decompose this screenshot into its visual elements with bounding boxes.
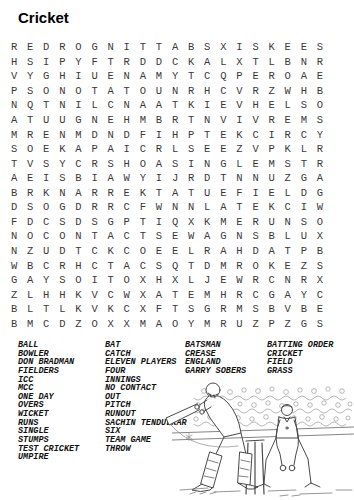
grid-cell-r10c6: I: [87, 171, 103, 186]
grid-cell-r20c18: Z: [280, 316, 296, 331]
grid-cell-r11c8: E: [119, 186, 135, 201]
grid-cell-r7c11: H: [167, 127, 183, 142]
grid-cell-r3c11: Y: [167, 69, 183, 84]
grid-cell-r19c8: C: [119, 302, 135, 317]
grid-cell-r8c6: P: [87, 142, 103, 157]
grid-cell-r1c16: S: [248, 40, 264, 55]
grid-cell-r11c9: K: [135, 186, 151, 201]
grid-cell-r5c16: H: [248, 98, 264, 113]
grid-cell-r8c3: E: [38, 142, 54, 157]
grid-cell-r8c10: R: [151, 142, 167, 157]
grid-cell-r7c20: Y: [312, 127, 328, 142]
grid-cell-r18c11: T: [167, 287, 183, 302]
grid-cell-r10c13: D: [199, 171, 215, 186]
grid-cell-r10c20: A: [312, 171, 328, 186]
grid-cell-r5c19: S: [296, 98, 312, 113]
grid-cell-r12c6: R: [87, 200, 103, 215]
grid-cell-r18c12: E: [183, 287, 199, 302]
grid-cell-r14c18: L: [280, 229, 296, 244]
grid-cell-r4c16: R: [248, 84, 264, 99]
grid-cell-r5c11: T: [167, 98, 183, 113]
grid-cell-r13c1: F: [6, 215, 22, 230]
grid-cell-r2c19: N: [296, 55, 312, 70]
grid-cell-r1c14: X: [215, 40, 231, 55]
grid-cell-r9c17: M: [264, 156, 280, 171]
grid-cell-r1c4: R: [54, 40, 70, 55]
grid-cell-r8c9: C: [135, 142, 151, 157]
grid-cell-r1c2: E: [22, 40, 38, 55]
grid-cell-r6c1: A: [6, 113, 22, 128]
grid-cell-r7c9: F: [135, 127, 151, 142]
grid-cell-r10c15: N: [231, 171, 247, 186]
grid-cell-r12c15: T: [231, 200, 247, 215]
grid-cell-r4c15: V: [231, 84, 247, 99]
grid-cell-r5c4: N: [54, 98, 70, 113]
grid-cell-r13c17: U: [264, 215, 280, 230]
grid-cell-r20c6: O: [87, 316, 103, 331]
grid-cell-r14c5: N: [70, 229, 86, 244]
grid-cell-r16c3: C: [38, 258, 54, 273]
grid-cell-r9c7: S: [103, 156, 119, 171]
grid-cell-r15c11: E: [167, 244, 183, 259]
grid-cell-r19c15: M: [231, 302, 247, 317]
grid-cell-r14c1: N: [6, 229, 22, 244]
grid-cell-r16c13: D: [199, 258, 215, 273]
grid-cell-r20c12: Y: [183, 316, 199, 331]
grid-cell-r7c8: D: [119, 127, 135, 142]
grid-cell-r11c12: T: [183, 186, 199, 201]
grid-cell-r14c7: A: [103, 229, 119, 244]
grid-cell-r5c20: O: [312, 98, 328, 113]
grid-cell-r12c16: E: [248, 200, 264, 215]
grid-cell-r19c20: E: [312, 302, 328, 317]
grid-cell-r19c18: V: [280, 302, 296, 317]
grid-cell-r9c15: L: [231, 156, 247, 171]
grid-cell-r14c3: C: [38, 229, 54, 244]
grid-cell-r4c14: C: [215, 84, 231, 99]
grid-cell-r13c11: Q: [167, 215, 183, 230]
grid-cell-r18c15: R: [231, 287, 247, 302]
grid-cell-r2c17: L: [264, 55, 280, 70]
page-title: Cricket: [18, 9, 69, 26]
grid-cell-r3c19: A: [296, 69, 312, 84]
grid-cell-r12c7: R: [103, 200, 119, 215]
grid-cell-r13c14: M: [215, 215, 231, 230]
grid-cell-r6c13: N: [199, 113, 215, 128]
grid-cell-r20c8: X: [119, 316, 135, 331]
grid-cell-r5c18: L: [280, 98, 296, 113]
grid-cell-r15c16: D: [248, 244, 264, 259]
grid-cell-r11c15: F: [231, 186, 247, 201]
grid-cell-r1c17: K: [264, 40, 280, 55]
grid-cell-r10c2: E: [22, 171, 38, 186]
grid-cell-r16c6: C: [87, 258, 103, 273]
grid-cell-r13c18: N: [280, 215, 296, 230]
grid-cell-r14c17: B: [264, 229, 280, 244]
grid-cell-r1c20: S: [312, 40, 328, 55]
grid-cell-r3c14: Q: [215, 69, 231, 84]
grid-cell-r1c13: S: [199, 40, 215, 55]
grid-cell-r9c2: V: [22, 156, 38, 171]
grid-cell-r3c13: C: [199, 69, 215, 84]
grid-cell-r1c7: N: [103, 40, 119, 55]
grid-cell-r7c4: N: [54, 127, 70, 142]
grid-cell-r10c19: G: [296, 171, 312, 186]
grid-cell-r6c11: R: [167, 113, 183, 128]
grid-cell-r13c7: G: [103, 215, 119, 230]
grid-cell-r13c6: S: [87, 215, 103, 230]
grid-cell-r20c14: R: [215, 316, 231, 331]
grid-cell-r15c4: D: [54, 244, 70, 259]
grid-cell-r2c13: A: [199, 55, 215, 70]
grid-cell-r14c10: S: [151, 229, 167, 244]
grid-cell-r8c19: L: [296, 142, 312, 157]
grid-cell-r5c8: N: [119, 98, 135, 113]
grid-cell-r11c1: B: [6, 186, 22, 201]
grid-cell-r17c13: J: [199, 273, 215, 288]
word-list-column-3: BATSMANCREASEENGLANDGARRY SOBERS: [185, 341, 246, 376]
grid-cell-r6c9: M: [135, 113, 151, 128]
grid-cell-r17c8: O: [119, 273, 135, 288]
grid-cell-r20c20: S: [312, 316, 328, 331]
grid-cell-r14c4: O: [54, 229, 70, 244]
grid-cell-r10c3: I: [38, 171, 54, 186]
grid-cell-r19c1: B: [6, 302, 22, 317]
grid-cell-r19c16: S: [248, 302, 264, 317]
grid-cell-r20c19: G: [296, 316, 312, 331]
grid-cell-r5c10: A: [151, 98, 167, 113]
grid-cell-r17c3: Y: [38, 273, 54, 288]
grid-cell-r2c16: T: [248, 55, 264, 70]
grid-cell-r4c7: A: [103, 84, 119, 99]
grid-cell-r3c3: G: [38, 69, 54, 84]
grid-cell-r10c5: B: [70, 171, 86, 186]
grid-cell-r18c7: C: [103, 287, 119, 302]
grid-cell-r20c15: U: [231, 316, 247, 331]
grid-cell-r11c2: R: [22, 186, 38, 201]
grid-cell-r4c11: N: [167, 84, 183, 99]
grid-cell-r20c4: D: [54, 316, 70, 331]
grid-cell-r6c12: T: [183, 113, 199, 128]
grid-cell-r13c4: S: [54, 215, 70, 230]
grid-cell-r10c8: W: [119, 171, 135, 186]
grid-cell-r4c17: Z: [264, 84, 280, 99]
grid-cell-r18c14: H: [215, 287, 231, 302]
grid-cell-r3c2: Y: [22, 69, 38, 84]
grid-cell-r6c17: R: [264, 113, 280, 128]
grid-cell-r16c12: T: [183, 258, 199, 273]
grid-cell-r17c19: R: [296, 273, 312, 288]
grid-cell-r18c17: G: [264, 287, 280, 302]
grid-cell-r5c5: I: [70, 98, 86, 113]
grid-cell-r12c14: A: [215, 200, 231, 215]
grid-cell-r5c7: C: [103, 98, 119, 113]
grid-cell-r9c1: T: [6, 156, 22, 171]
grid-cell-r18c20: C: [312, 287, 328, 302]
grid-cell-r3c1: V: [6, 69, 22, 84]
grid-cell-r13c20: O: [312, 215, 328, 230]
grid-cell-r1c18: E: [280, 40, 296, 55]
grid-cell-r15c13: R: [199, 244, 215, 259]
grid-cell-r11c3: K: [38, 186, 54, 201]
grid-cell-r6c18: E: [280, 113, 296, 128]
grid-cell-r9c14: G: [215, 156, 231, 171]
grid-cell-r12c1: D: [6, 200, 22, 215]
grid-cell-r1c6: G: [87, 40, 103, 55]
grid-cell-r9c4: Y: [54, 156, 70, 171]
grid-cell-r13c10: I: [151, 215, 167, 230]
grid-cell-r12c8: C: [119, 200, 135, 215]
grid-cell-r11c20: G: [312, 186, 328, 201]
grid-cell-r8c16: V: [248, 142, 264, 157]
grid-cell-r19c10: F: [151, 302, 167, 317]
grid-cell-r2c14: L: [215, 55, 231, 70]
grid-cell-r15c14: A: [215, 244, 231, 259]
grid-cell-r7c17: I: [264, 127, 280, 142]
grid-cell-r19c19: B: [296, 302, 312, 317]
grid-cell-r8c15: Z: [231, 142, 247, 157]
grid-cell-r2c2: S: [22, 55, 38, 70]
grid-cell-r3c9: A: [135, 69, 151, 84]
grid-cell-r20c5: Z: [70, 316, 86, 331]
grid-cell-r18c16: C: [248, 287, 264, 302]
grid-cell-r8c20: R: [312, 142, 328, 157]
grid-cell-r15c10: E: [151, 244, 167, 259]
grid-cell-r9c16: E: [248, 156, 264, 171]
grid-cell-r17c20: X: [312, 273, 328, 288]
grid-cell-r8c5: A: [70, 142, 86, 157]
grid-cell-r17c11: X: [167, 273, 183, 288]
grid-cell-r16c11: Q: [167, 258, 183, 273]
grid-cell-r18c2: L: [22, 287, 38, 302]
grid-cell-r5c6: L: [87, 98, 103, 113]
grid-cell-r2c5: Y: [70, 55, 86, 70]
grid-cell-r1c9: T: [135, 40, 151, 55]
grid-cell-r2c20: R: [312, 55, 328, 70]
grid-cell-r7c2: R: [22, 127, 38, 142]
grid-cell-r12c9: F: [135, 200, 151, 215]
grid-cell-r17c15: W: [231, 273, 247, 288]
grid-cell-r6c16: V: [248, 113, 264, 128]
grid-cell-r17c10: H: [151, 273, 167, 288]
worksheet-page: Cricket REDROGNITTABSXISKEESHSIPYFTRDDCK…: [0, 0, 354, 500]
grid-cell-r15c8: C: [119, 244, 135, 259]
grid-cell-r17c5: O: [70, 273, 86, 288]
grid-cell-r4c18: W: [280, 84, 296, 99]
grid-cell-r16c19: Z: [296, 258, 312, 273]
grid-cell-r3c15: P: [231, 69, 247, 84]
grid-cell-r14c9: T: [135, 229, 151, 244]
word-list-column-1: BALLBOWLERDON BRADMANFIELDERSICCMCCONE D…: [18, 341, 79, 462]
grid-cell-r11c18: L: [280, 186, 296, 201]
grid-cell-r1c1: R: [6, 40, 22, 55]
grid-cell-r6c7: E: [103, 113, 119, 128]
grid-cell-r1c10: T: [151, 40, 167, 55]
grid-cell-r18c19: Y: [296, 287, 312, 302]
grid-cell-r12c18: C: [280, 200, 296, 215]
grid-cell-r13c9: T: [135, 215, 151, 230]
grid-cell-r7c10: I: [151, 127, 167, 142]
grid-cell-r7c7: N: [103, 127, 119, 142]
grid-cell-r4c1: P: [6, 84, 22, 99]
grid-cell-r8c14: E: [215, 142, 231, 157]
grid-cell-r2c12: K: [183, 55, 199, 70]
grid-cell-r5c1: N: [6, 98, 22, 113]
grid-cell-r2c9: D: [135, 55, 151, 70]
grid-cell-r20c2: M: [22, 316, 38, 331]
grid-cell-r19c3: T: [38, 302, 54, 317]
grid-cell-r20c17: P: [264, 316, 280, 331]
grid-cell-r13c19: S: [296, 215, 312, 230]
grid-cell-r2c3: I: [38, 55, 54, 70]
grid-cell-r7c16: C: [248, 127, 264, 142]
grid-cell-r8c12: S: [183, 142, 199, 157]
grid-cell-r17c12: L: [183, 273, 199, 288]
grid-cell-r11c5: A: [70, 186, 86, 201]
grid-cell-r14c14: G: [215, 229, 231, 244]
grid-cell-r13c3: C: [38, 215, 54, 230]
grid-cell-r16c10: S: [151, 258, 167, 273]
grid-cell-r3c16: E: [248, 69, 264, 84]
word-list-item: UMPIRE: [18, 453, 79, 462]
grid-cell-r18c18: A: [280, 287, 296, 302]
grid-cell-r9c12: I: [183, 156, 199, 171]
grid-cell-r16c17: K: [264, 258, 280, 273]
grid-cell-r1c11: A: [167, 40, 183, 55]
word-list-item: GRASS: [267, 367, 333, 376]
grid-cell-r15c6: C: [87, 244, 103, 259]
grid-cell-r3c7: E: [103, 69, 119, 84]
grid-cell-r8c13: E: [199, 142, 215, 157]
grid-cell-r15c3: U: [38, 244, 54, 259]
grid-cell-r16c15: R: [231, 258, 247, 273]
grid-cell-r16c9: C: [135, 258, 151, 273]
grid-cell-r3c12: T: [183, 69, 199, 84]
grid-cell-r5c15: V: [231, 98, 247, 113]
grid-cell-r14c12: W: [183, 229, 199, 244]
grid-cell-r10c11: J: [167, 171, 183, 186]
grid-cell-r18c3: H: [38, 287, 54, 302]
ground-marks: [180, 488, 352, 496]
grid-cell-r4c9: O: [135, 84, 151, 99]
grid-cell-r2c4: P: [54, 55, 70, 70]
grid-cell-r14c11: E: [167, 229, 183, 244]
grid-cell-r6c19: M: [296, 113, 312, 128]
grid-cell-r15c1: N: [6, 244, 22, 259]
grid-cell-r10c10: I: [151, 171, 167, 186]
grid-cell-r1c8: I: [119, 40, 135, 55]
grid-cell-r17c1: G: [6, 273, 22, 288]
grid-cell-r20c11: O: [167, 316, 183, 331]
grid-cell-r19c5: K: [70, 302, 86, 317]
grid-cell-r3c4: H: [54, 69, 70, 84]
grid-cell-r6c14: V: [215, 113, 231, 128]
grid-cell-r9c19: T: [296, 156, 312, 171]
grid-cell-r13c15: E: [231, 215, 247, 230]
grid-cell-r2c8: R: [119, 55, 135, 70]
grid-cell-r17c7: T: [103, 273, 119, 288]
grid-cell-r6c3: U: [38, 113, 54, 128]
grid-cell-r7c13: T: [199, 127, 215, 142]
grid-cell-r17c18: N: [280, 273, 296, 288]
grid-cell-r10c9: Y: [135, 171, 151, 186]
grid-cell-r11c19: D: [296, 186, 312, 201]
grid-cell-r12c2: S: [22, 200, 38, 215]
grid-cell-r4c5: O: [70, 84, 86, 99]
grid-cell-r6c5: G: [70, 113, 86, 128]
grid-cell-r18c8: W: [119, 287, 135, 302]
grid-cell-r19c9: X: [135, 302, 151, 317]
grid-cell-r15c18: T: [280, 244, 296, 259]
grid-cell-r15c9: O: [135, 244, 151, 259]
grid-cell-r8c7: A: [103, 142, 119, 157]
grid-cell-r9c8: H: [119, 156, 135, 171]
grid-cell-r7c18: R: [280, 127, 296, 142]
grid-cell-r10c17: U: [264, 171, 280, 186]
grid-cell-r16c5: H: [70, 258, 86, 273]
grid-cell-r11c14: E: [215, 186, 231, 201]
grid-cell-r16c14: M: [215, 258, 231, 273]
grid-cell-r14c16: S: [248, 229, 264, 244]
grid-cell-r10c16: N: [248, 171, 264, 186]
grid-cell-r8c11: L: [167, 142, 183, 157]
grid-cell-r10c18: Z: [280, 171, 296, 186]
grid-cell-r18c13: M: [199, 287, 215, 302]
grid-cell-r20c9: M: [135, 316, 151, 331]
grid-cell-r4c20: B: [312, 84, 328, 99]
grid-cell-r3c8: N: [119, 69, 135, 84]
grid-cell-r13c12: X: [183, 215, 199, 230]
grid-cell-r11c10: T: [151, 186, 167, 201]
grid-cell-r17c6: I: [87, 273, 103, 288]
grid-cell-r6c10: B: [151, 113, 167, 128]
grid-cell-r1c12: B: [183, 40, 199, 55]
grid-cell-r11c4: N: [54, 186, 70, 201]
grid-cell-r18c10: A: [151, 287, 167, 302]
grid-cell-r16c4: R: [54, 258, 70, 273]
grid-cell-r6c15: I: [231, 113, 247, 128]
grid-cell-r5c14: E: [215, 98, 231, 113]
grid-cell-r10c12: R: [183, 171, 199, 186]
grid-cell-r16c2: B: [22, 258, 38, 273]
grid-cell-r2c1: H: [6, 55, 22, 70]
word-list-column-4: BATTING ORDERCRICKETFIELDGRASS: [267, 341, 333, 376]
grid-cell-r5c12: K: [183, 98, 199, 113]
grid-cell-r20c16: Z: [248, 316, 264, 331]
grid-cell-r4c12: R: [183, 84, 199, 99]
grid-cell-r13c13: K: [199, 215, 215, 230]
grid-cell-r4c10: U: [151, 84, 167, 99]
grid-cell-r15c15: H: [231, 244, 247, 259]
grid-cell-r20c10: A: [151, 316, 167, 331]
grid-cell-r11c6: R: [87, 186, 103, 201]
grid-cell-r10c1: A: [6, 171, 22, 186]
grid-cell-r6c6: N: [87, 113, 103, 128]
grid-cell-r6c20: S: [312, 113, 328, 128]
grid-cell-r17c14: E: [215, 273, 231, 288]
grid-cell-r11c11: A: [167, 186, 183, 201]
grid-cell-r12c5: D: [70, 200, 86, 215]
grid-cell-r19c13: G: [199, 302, 215, 317]
word-list-item: GARRY SOBERS: [185, 367, 246, 376]
grid-cell-r15c17: A: [264, 244, 280, 259]
grid-cell-r5c3: T: [38, 98, 54, 113]
grid-cell-r8c4: K: [54, 142, 70, 157]
grid-cell-r9c10: A: [151, 156, 167, 171]
grid-cell-r8c2: O: [22, 142, 38, 157]
grid-cell-r1c15: I: [231, 40, 247, 55]
grid-cell-r14c6: T: [87, 229, 103, 244]
